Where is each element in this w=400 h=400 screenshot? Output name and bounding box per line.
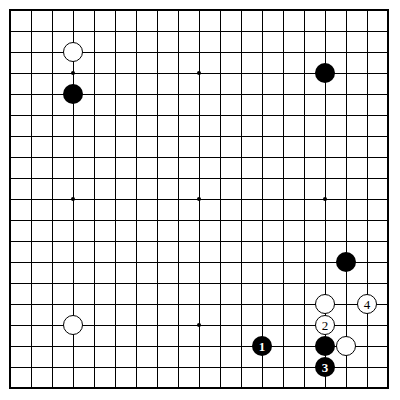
star-point: [71, 71, 75, 75]
star-point: [197, 71, 201, 75]
star-point: [197, 323, 201, 327]
stone-black-q3: [315, 336, 335, 356]
stone-black-r7: [336, 252, 356, 272]
star-point: [71, 197, 75, 201]
move-number: 3: [322, 360, 329, 374]
stone-white-d17: [63, 42, 83, 62]
move-number: 2: [322, 318, 329, 332]
move-number: 1: [259, 339, 266, 353]
stone-white-s5: 4: [357, 294, 377, 314]
stone-white-q4: 2: [315, 315, 335, 335]
go-diagram-page: 4213: [0, 0, 400, 400]
move-number: 4: [364, 297, 371, 311]
stone-white-d4: [63, 315, 83, 335]
stone-black-d15: [63, 84, 83, 104]
stone-black-q2: 3: [315, 357, 335, 377]
stone-black-n3: 1: [252, 336, 272, 356]
stone-black-q16: [315, 63, 335, 83]
star-point: [197, 197, 201, 201]
star-point: [323, 197, 327, 201]
go-board: 4213: [0, 0, 400, 400]
stone-white-r3: [336, 336, 356, 356]
stone-white-q5: [315, 294, 335, 314]
